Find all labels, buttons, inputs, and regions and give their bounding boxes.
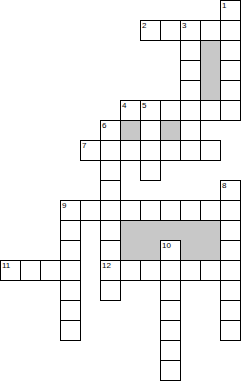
answer-cell[interactable]: 5 — [140, 100, 161, 121]
answer-cell[interactable] — [220, 300, 241, 321]
answer-cell[interactable] — [160, 140, 181, 161]
answer-cell[interactable] — [220, 240, 241, 261]
answer-cell[interactable]: 9 — [60, 200, 81, 221]
blocked-cell — [120, 120, 141, 141]
answer-cell[interactable] — [200, 260, 221, 281]
answer-cell[interactable]: 1 — [220, 0, 241, 21]
blocked-cell — [160, 120, 181, 141]
clue-number: 8 — [222, 181, 226, 190]
answer-cell[interactable] — [60, 260, 81, 281]
answer-cell[interactable]: 6 — [100, 120, 121, 141]
answer-cell[interactable] — [220, 100, 241, 121]
answer-cell[interactable] — [60, 240, 81, 261]
answer-cell[interactable] — [160, 300, 181, 321]
answer-cell[interactable] — [180, 40, 201, 61]
answer-cell[interactable]: 2 — [140, 20, 161, 41]
answer-cell[interactable] — [160, 100, 181, 121]
crossword-board: 123456789101112 — [0, 0, 241, 381]
clue-number: 2 — [142, 21, 146, 30]
answer-cell[interactable] — [100, 160, 121, 181]
answer-cell[interactable] — [180, 60, 201, 81]
clue-number: 12 — [102, 261, 111, 270]
clue-number: 7 — [82, 141, 86, 150]
answer-cell[interactable]: 4 — [120, 100, 141, 121]
answer-cell[interactable] — [220, 280, 241, 301]
answer-cell[interactable] — [140, 260, 161, 281]
answer-cell[interactable] — [120, 200, 141, 221]
answer-cell[interactable] — [180, 100, 201, 121]
answer-cell[interactable] — [120, 140, 141, 161]
answer-cell[interactable] — [140, 120, 161, 141]
answer-cell[interactable] — [200, 200, 221, 221]
answer-cell[interactable] — [100, 200, 121, 221]
clue-number: 4 — [122, 101, 126, 110]
answer-cell[interactable] — [220, 80, 241, 101]
answer-cell[interactable] — [100, 140, 121, 161]
answer-cell[interactable] — [80, 200, 101, 221]
answer-cell[interactable] — [220, 320, 241, 341]
clue-number: 3 — [182, 21, 186, 30]
answer-cell[interactable] — [140, 140, 161, 161]
answer-cell[interactable] — [60, 320, 81, 341]
answer-cell[interactable] — [120, 260, 141, 281]
answer-cell[interactable]: 10 — [160, 240, 181, 261]
answer-cell[interactable] — [220, 40, 241, 61]
clue-number: 9 — [62, 201, 66, 210]
answer-cell[interactable] — [140, 160, 161, 181]
answer-cell[interactable] — [40, 260, 61, 281]
answer-cell[interactable] — [160, 20, 181, 41]
answer-cell[interactable] — [100, 280, 121, 301]
answer-cell[interactable] — [180, 80, 201, 101]
answer-cell[interactable]: 8 — [220, 180, 241, 201]
answer-cell[interactable]: 7 — [80, 140, 101, 161]
answer-cell[interactable]: 3 — [180, 20, 201, 41]
answer-cell[interactable] — [100, 240, 121, 261]
answer-cell[interactable] — [200, 100, 221, 121]
answer-cell[interactable] — [60, 300, 81, 321]
answer-cell[interactable] — [60, 220, 81, 241]
clue-number: 6 — [102, 121, 106, 130]
answer-cell[interactable] — [160, 360, 181, 381]
clue-number: 5 — [142, 101, 146, 110]
answer-cell[interactable] — [160, 340, 181, 361]
answer-cell[interactable] — [20, 260, 41, 281]
answer-cell[interactable] — [200, 140, 221, 161]
clue-number: 11 — [2, 261, 10, 270]
answer-cell[interactable] — [180, 200, 201, 221]
answer-cell[interactable] — [220, 60, 241, 81]
answer-cell[interactable] — [160, 200, 181, 221]
blocked-region — [200, 40, 221, 101]
answer-cell[interactable] — [220, 20, 241, 41]
answer-cell[interactable]: 11 — [0, 260, 21, 281]
answer-cell[interactable] — [160, 320, 181, 341]
answer-cell[interactable] — [220, 200, 241, 221]
answer-cell[interactable] — [180, 120, 201, 141]
answer-cell[interactable] — [160, 260, 181, 281]
answer-cell[interactable] — [160, 280, 181, 301]
answer-cell[interactable] — [60, 280, 81, 301]
answer-cell[interactable] — [220, 260, 241, 281]
answer-cell[interactable] — [140, 200, 161, 221]
answer-cell[interactable] — [100, 180, 121, 201]
clue-number: 10 — [162, 241, 171, 250]
answer-cell[interactable] — [180, 260, 201, 281]
answer-cell[interactable]: 12 — [100, 260, 121, 281]
answer-cell[interactable] — [220, 220, 241, 241]
answer-cell[interactable] — [200, 20, 221, 41]
clue-number: 1 — [222, 1, 226, 10]
answer-cell[interactable] — [100, 220, 121, 241]
answer-cell[interactable] — [180, 140, 201, 161]
